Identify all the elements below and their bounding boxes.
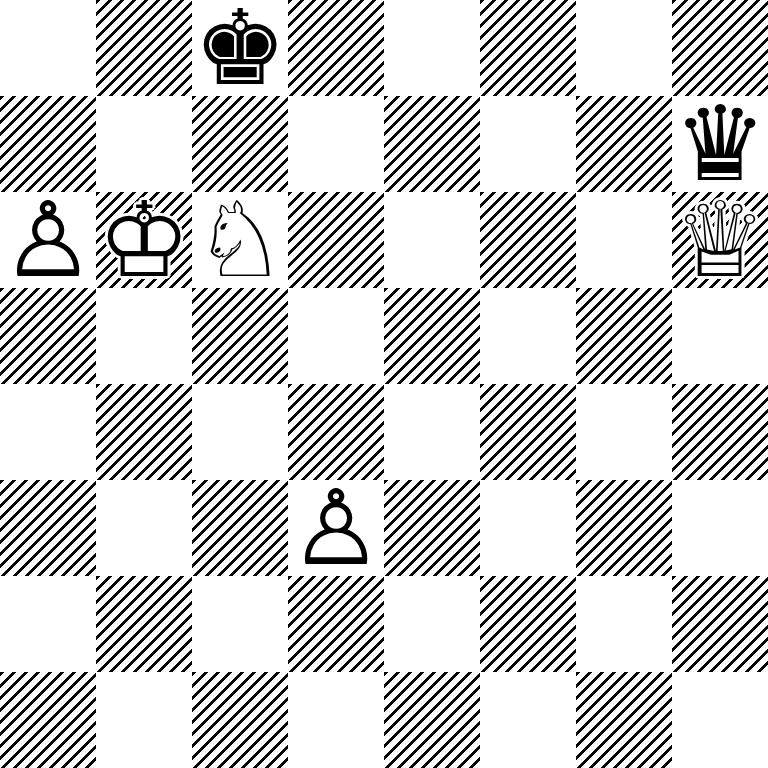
- square-d8[interactable]: [288, 0, 384, 96]
- square-b3[interactable]: [96, 480, 192, 576]
- square-f5[interactable]: [480, 288, 576, 384]
- square-c1[interactable]: [192, 672, 288, 768]
- square-e2[interactable]: [384, 576, 480, 672]
- piece-glyph: ♚: [193, 0, 286, 96]
- square-c4[interactable]: [192, 384, 288, 480]
- square-h4[interactable]: [672, 384, 768, 480]
- square-g1[interactable]: [576, 672, 672, 768]
- square-e3[interactable]: [384, 480, 480, 576]
- square-g4[interactable]: [576, 384, 672, 480]
- piece-glyph: ♕: [673, 192, 766, 288]
- square-h5[interactable]: [672, 288, 768, 384]
- square-g3[interactable]: [576, 480, 672, 576]
- square-g7[interactable]: [576, 96, 672, 192]
- square-b1[interactable]: [96, 672, 192, 768]
- piece-white-pawn[interactable]: ♟♙: [1, 192, 94, 288]
- square-f2[interactable]: [480, 576, 576, 672]
- square-c8[interactable]: ♚♚: [192, 0, 288, 96]
- square-e1[interactable]: [384, 672, 480, 768]
- square-f3[interactable]: [480, 480, 576, 576]
- square-e8[interactable]: [384, 0, 480, 96]
- square-a1[interactable]: [0, 672, 96, 768]
- square-g8[interactable]: [576, 0, 672, 96]
- square-c3[interactable]: [192, 480, 288, 576]
- square-h1[interactable]: [672, 672, 768, 768]
- piece-glyph: ♙: [1, 192, 94, 288]
- square-d5[interactable]: [288, 288, 384, 384]
- square-e4[interactable]: [384, 384, 480, 480]
- square-b6[interactable]: ♚♔: [96, 192, 192, 288]
- square-d2[interactable]: [288, 576, 384, 672]
- piece-glyph: ♔: [97, 192, 190, 288]
- square-d3[interactable]: ♟♙: [288, 480, 384, 576]
- square-e7[interactable]: [384, 96, 480, 192]
- square-b4[interactable]: [96, 384, 192, 480]
- square-e6[interactable]: [384, 192, 480, 288]
- square-d1[interactable]: [288, 672, 384, 768]
- square-a8[interactable]: [0, 0, 96, 96]
- square-g6[interactable]: [576, 192, 672, 288]
- square-f6[interactable]: [480, 192, 576, 288]
- piece-glyph: ♛: [673, 96, 766, 192]
- square-f8[interactable]: [480, 0, 576, 96]
- square-a2[interactable]: [0, 576, 96, 672]
- piece-white-knight[interactable]: ♞♘: [193, 192, 286, 288]
- square-h6[interactable]: ♛♕: [672, 192, 768, 288]
- square-d7[interactable]: [288, 96, 384, 192]
- square-b5[interactable]: [96, 288, 192, 384]
- piece-black-king[interactable]: ♚♚: [193, 0, 286, 96]
- square-e5[interactable]: [384, 288, 480, 384]
- square-h2[interactable]: [672, 576, 768, 672]
- piece-glyph: ♘: [193, 192, 286, 288]
- square-a6[interactable]: ♟♙: [0, 192, 96, 288]
- square-c7[interactable]: [192, 96, 288, 192]
- square-h3[interactable]: [672, 480, 768, 576]
- square-c2[interactable]: [192, 576, 288, 672]
- piece-white-queen[interactable]: ♛♕: [673, 192, 766, 288]
- square-f1[interactable]: [480, 672, 576, 768]
- square-f4[interactable]: [480, 384, 576, 480]
- chess-board: ♚♚♛♛♟♙♚♔♞♘♛♕♟♙: [0, 0, 768, 768]
- square-a7[interactable]: [0, 96, 96, 192]
- square-b2[interactable]: [96, 576, 192, 672]
- square-a4[interactable]: [0, 384, 96, 480]
- square-b8[interactable]: [96, 0, 192, 96]
- square-a5[interactable]: [0, 288, 96, 384]
- piece-black-queen[interactable]: ♛♛: [673, 96, 766, 192]
- square-h7[interactable]: ♛♛: [672, 96, 768, 192]
- square-g5[interactable]: [576, 288, 672, 384]
- piece-white-pawn[interactable]: ♟♙: [289, 480, 382, 576]
- piece-glyph: ♙: [289, 480, 382, 576]
- piece-white-king[interactable]: ♚♔: [97, 192, 190, 288]
- square-g2[interactable]: [576, 576, 672, 672]
- square-d6[interactable]: [288, 192, 384, 288]
- square-b7[interactable]: [96, 96, 192, 192]
- square-c5[interactable]: [192, 288, 288, 384]
- square-d4[interactable]: [288, 384, 384, 480]
- square-c6[interactable]: ♞♘: [192, 192, 288, 288]
- square-f7[interactable]: [480, 96, 576, 192]
- square-a3[interactable]: [0, 480, 96, 576]
- square-h8[interactable]: [672, 0, 768, 96]
